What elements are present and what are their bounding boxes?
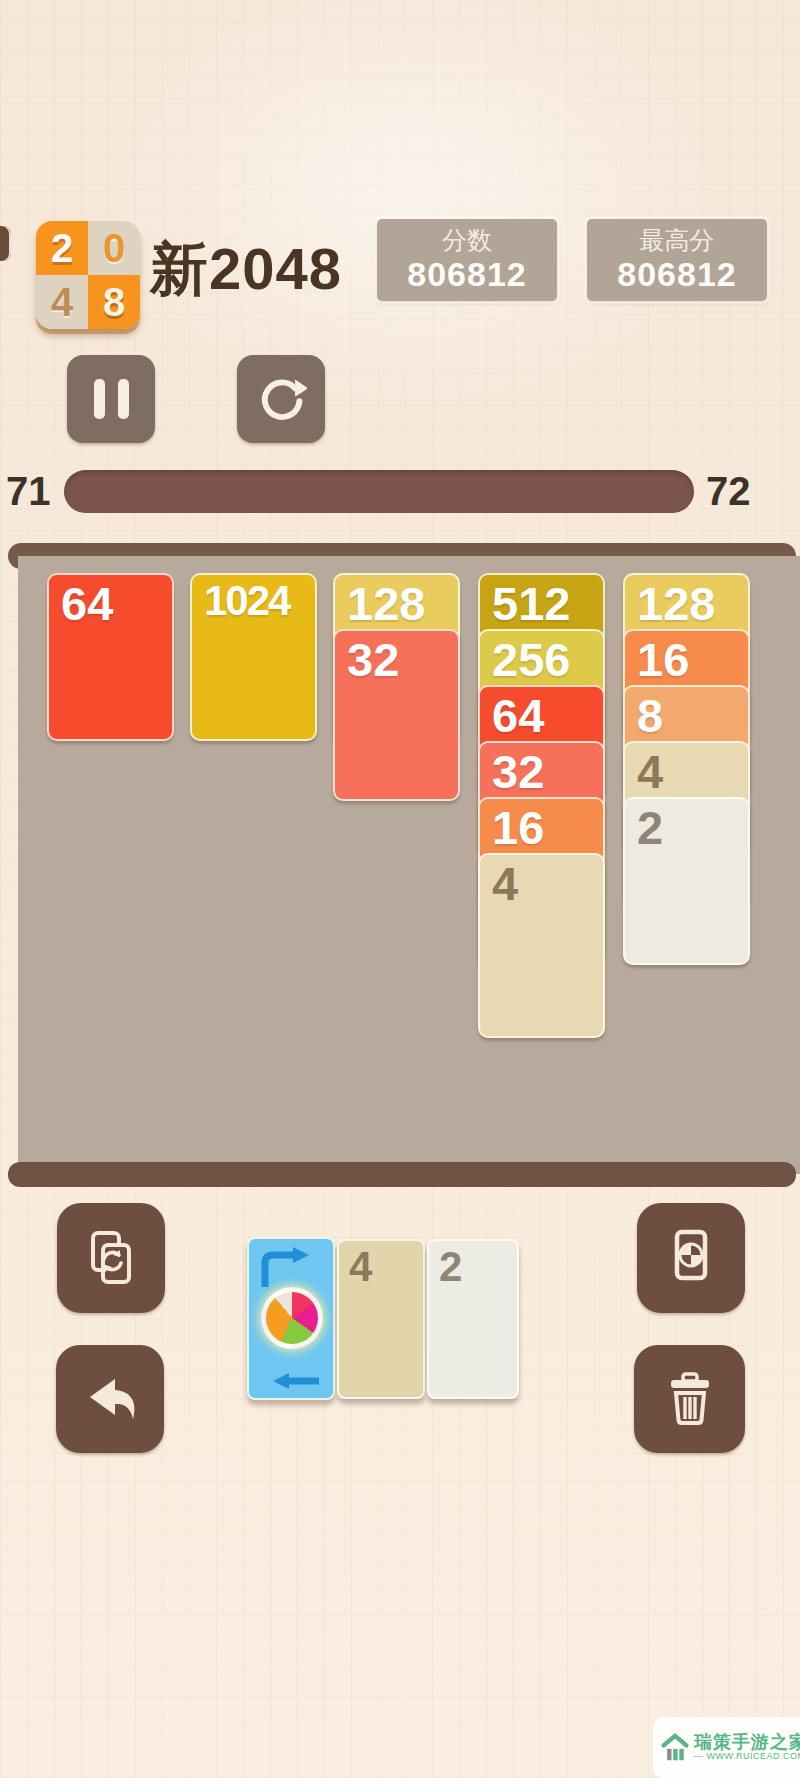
app-logo-2048: 2 0 4 8 <box>36 221 140 329</box>
watermark-badge[interactable]: 瑞策手游之家 — WWW.RUICEAD.COM — <box>653 1717 800 1778</box>
next-card-2: 2 <box>427 1239 519 1399</box>
watermark-site-url: — WWW.RUICEAD.COM — <box>694 1752 800 1761</box>
score-label: 分数 <box>442 227 492 255</box>
logo-tile-4: 4 <box>36 275 88 329</box>
trash-button[interactable] <box>634 1345 745 1453</box>
watermark-site-name: 瑞策手游之家 <box>694 1733 800 1752</box>
board-bottom-rail <box>8 1162 796 1187</box>
restart-button[interactable] <box>237 355 325 443</box>
board-card-4[interactable]: 4 <box>478 853 605 1038</box>
pause-icon <box>94 379 105 419</box>
restart-icon <box>255 373 307 425</box>
logo-tile-2: 2 <box>36 221 88 275</box>
level-current: 71 <box>6 470 51 513</box>
logo-tile-0: 0 <box>88 221 140 275</box>
best-score-value: 806812 <box>617 256 736 293</box>
pause-button[interactable] <box>67 355 155 443</box>
swap-cards-button[interactable] <box>57 1203 165 1313</box>
board-card-1024[interactable]: 1024 <box>190 573 317 741</box>
next-card-wheel-wildcard[interactable] <box>247 1237 335 1400</box>
board-card-2[interactable]: 2 <box>623 797 750 965</box>
swap-cards-icon <box>79 1226 143 1290</box>
reserve-card-icon <box>659 1226 723 1290</box>
clipped-edge-element <box>0 226 11 261</box>
color-wheel-icon <box>261 1287 323 1349</box>
house-icon <box>661 1731 689 1765</box>
next-card-4: 4 <box>337 1239 425 1399</box>
level-progress-bar <box>64 470 694 513</box>
undo-button[interactable] <box>56 1345 164 1453</box>
score-value: 806812 <box>407 256 526 293</box>
undo-icon <box>78 1367 142 1431</box>
level-next: 72 <box>706 470 751 513</box>
left-arrow-icon <box>271 1371 323 1391</box>
reserve-card-button[interactable] <box>637 1203 745 1313</box>
board-card-32[interactable]: 32 <box>333 629 460 801</box>
board-card-64[interactable]: 64 <box>47 573 174 741</box>
game-screen: 2 0 4 8 新2048 分数 806812 最高分 806812 71 72… <box>0 0 800 1778</box>
redirect-arrow-icon <box>257 1247 317 1287</box>
best-score-label: 最高分 <box>640 227 715 255</box>
best-score-box: 最高分 806812 <box>587 219 767 301</box>
score-box: 分数 806812 <box>377 219 557 301</box>
logo-tile-8: 8 <box>88 275 140 329</box>
trash-icon <box>658 1367 722 1431</box>
